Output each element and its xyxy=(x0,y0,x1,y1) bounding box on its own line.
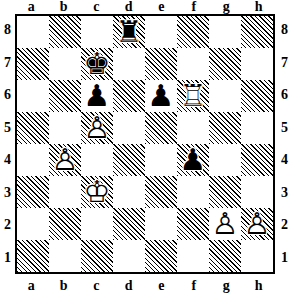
white-king-glyph: ♔ xyxy=(81,176,113,208)
square-f7[interactable] xyxy=(177,48,209,80)
white-pawn-glyph: ♙ xyxy=(209,208,241,240)
rank-label-6: 6 xyxy=(0,79,15,112)
white-pawn-glyph: ♙ xyxy=(49,144,81,176)
square-a5[interactable] xyxy=(17,112,49,144)
square-a6[interactable] xyxy=(17,80,49,112)
file-labels-bottom: abcdefgh xyxy=(15,276,275,295)
square-e3[interactable] xyxy=(145,176,177,208)
black-king-glyph: ♚ xyxy=(81,48,113,80)
black-pawn-glyph: ♟ xyxy=(145,80,177,112)
rank-label-6: 6 xyxy=(275,79,294,112)
rank-labels-left: 87654321 xyxy=(0,14,15,274)
square-e7[interactable] xyxy=(145,48,177,80)
square-c3[interactable]: ♚♔ xyxy=(81,176,113,208)
rank-label-4: 4 xyxy=(0,144,15,177)
square-c6[interactable]: ♟ xyxy=(81,80,113,112)
white-pawn-glyph: ♙ xyxy=(241,208,273,240)
rank-label-2: 2 xyxy=(0,209,15,242)
square-c5[interactable]: ♟♙ xyxy=(81,112,113,144)
square-c2[interactable] xyxy=(81,208,113,240)
chess-board: ♜♚♟♟♜♖♟♙♟♙♟♚♔♟♙♟♙ xyxy=(15,14,275,274)
square-d4[interactable] xyxy=(113,144,145,176)
square-h3[interactable] xyxy=(241,176,273,208)
white-pawn[interactable]: ♟♙ xyxy=(49,144,81,176)
square-d2[interactable] xyxy=(113,208,145,240)
square-f1[interactable] xyxy=(177,240,209,272)
square-b6[interactable] xyxy=(49,80,81,112)
square-e6[interactable]: ♟ xyxy=(145,80,177,112)
square-a7[interactable] xyxy=(17,48,49,80)
square-e8[interactable] xyxy=(145,16,177,48)
square-a8[interactable] xyxy=(17,16,49,48)
square-c4[interactable] xyxy=(81,144,113,176)
file-label-b: b xyxy=(48,0,81,14)
square-c7[interactable]: ♚ xyxy=(81,48,113,80)
square-c8[interactable] xyxy=(81,16,113,48)
chess-diagram: abcdefgh 87654321 ♜♚♟♟♜♖♟♙♟♙♟♚♔♟♙♟♙ 8765… xyxy=(0,0,294,295)
square-c1[interactable] xyxy=(81,240,113,272)
square-f2[interactable] xyxy=(177,208,209,240)
square-d6[interactable] xyxy=(113,80,145,112)
file-label-g: g xyxy=(210,276,243,295)
square-f3[interactable] xyxy=(177,176,209,208)
rank-label-1: 1 xyxy=(0,242,15,275)
white-pawn[interactable]: ♟♙ xyxy=(241,208,273,240)
square-b8[interactable] xyxy=(49,16,81,48)
square-d8[interactable]: ♜ xyxy=(113,16,145,48)
file-label-a: a xyxy=(15,276,48,295)
square-b4[interactable]: ♟♙ xyxy=(49,144,81,176)
file-label-c: c xyxy=(80,276,113,295)
square-b2[interactable] xyxy=(49,208,81,240)
square-b5[interactable] xyxy=(49,112,81,144)
square-e2[interactable] xyxy=(145,208,177,240)
square-h4[interactable] xyxy=(241,144,273,176)
white-pawn[interactable]: ♟♙ xyxy=(209,208,241,240)
square-h6[interactable] xyxy=(241,80,273,112)
file-label-f: f xyxy=(178,0,211,14)
square-g8[interactable] xyxy=(209,16,241,48)
square-h7[interactable] xyxy=(241,48,273,80)
file-label-c: c xyxy=(80,0,113,14)
square-d5[interactable] xyxy=(113,112,145,144)
square-d1[interactable] xyxy=(113,240,145,272)
rank-label-3: 3 xyxy=(275,177,294,210)
square-b3[interactable] xyxy=(49,176,81,208)
rank-label-7: 7 xyxy=(275,47,294,80)
square-d7[interactable] xyxy=(113,48,145,80)
square-d3[interactable] xyxy=(113,176,145,208)
square-f6[interactable]: ♜♖ xyxy=(177,80,209,112)
white-pawn-glyph: ♙ xyxy=(81,112,113,144)
black-pawn-glyph: ♟ xyxy=(81,80,113,112)
square-b1[interactable] xyxy=(49,240,81,272)
file-label-f: f xyxy=(178,276,211,295)
file-label-a: a xyxy=(15,0,48,14)
black-rook[interactable]: ♜ xyxy=(113,16,145,48)
white-pawn[interactable]: ♟♙ xyxy=(81,112,113,144)
white-king[interactable]: ♚♔ xyxy=(81,176,113,208)
square-h8[interactable] xyxy=(241,16,273,48)
square-g5[interactable] xyxy=(209,112,241,144)
square-g3[interactable] xyxy=(209,176,241,208)
rank-label-1: 1 xyxy=(275,242,294,275)
square-f4[interactable]: ♟ xyxy=(177,144,209,176)
square-a3[interactable] xyxy=(17,176,49,208)
rank-label-8: 8 xyxy=(275,14,294,47)
file-label-e: e xyxy=(145,276,178,295)
file-label-g: g xyxy=(210,0,243,14)
file-label-h: h xyxy=(243,276,276,295)
black-rook-glyph: ♜ xyxy=(113,16,145,48)
file-label-d: d xyxy=(113,0,146,14)
white-rook-glyph: ♖ xyxy=(177,80,209,112)
file-label-e: e xyxy=(145,0,178,14)
square-a4[interactable] xyxy=(17,144,49,176)
square-f5[interactable] xyxy=(177,112,209,144)
file-label-b: b xyxy=(48,276,81,295)
file-label-d: d xyxy=(113,276,146,295)
file-label-h: h xyxy=(243,0,276,14)
square-a2[interactable] xyxy=(17,208,49,240)
black-pawn[interactable]: ♟ xyxy=(81,80,113,112)
square-f8[interactable] xyxy=(177,16,209,48)
square-g1[interactable] xyxy=(209,240,241,272)
square-h1[interactable] xyxy=(241,240,273,272)
white-rook[interactable]: ♜♖ xyxy=(177,80,209,112)
black-king[interactable]: ♚ xyxy=(81,48,113,80)
rank-label-3: 3 xyxy=(0,177,15,210)
rank-label-4: 4 xyxy=(275,144,294,177)
square-g6[interactable] xyxy=(209,80,241,112)
rank-label-5: 5 xyxy=(275,112,294,145)
rank-label-8: 8 xyxy=(0,14,15,47)
rank-label-5: 5 xyxy=(0,112,15,145)
square-e4[interactable] xyxy=(145,144,177,176)
square-b7[interactable] xyxy=(49,48,81,80)
square-g2[interactable]: ♟♙ xyxy=(209,208,241,240)
rank-labels-right: 87654321 xyxy=(275,14,294,274)
square-g7[interactable] xyxy=(209,48,241,80)
square-g4[interactable] xyxy=(209,144,241,176)
rank-label-2: 2 xyxy=(275,209,294,242)
black-pawn[interactable]: ♟ xyxy=(177,144,209,176)
square-h2[interactable]: ♟♙ xyxy=(241,208,273,240)
square-e1[interactable] xyxy=(145,240,177,272)
square-h5[interactable] xyxy=(241,112,273,144)
square-a1[interactable] xyxy=(17,240,49,272)
black-pawn-glyph: ♟ xyxy=(177,144,209,176)
square-e5[interactable] xyxy=(145,112,177,144)
file-labels-top: abcdefgh xyxy=(15,0,275,14)
rank-label-7: 7 xyxy=(0,47,15,80)
black-pawn[interactable]: ♟ xyxy=(145,80,177,112)
